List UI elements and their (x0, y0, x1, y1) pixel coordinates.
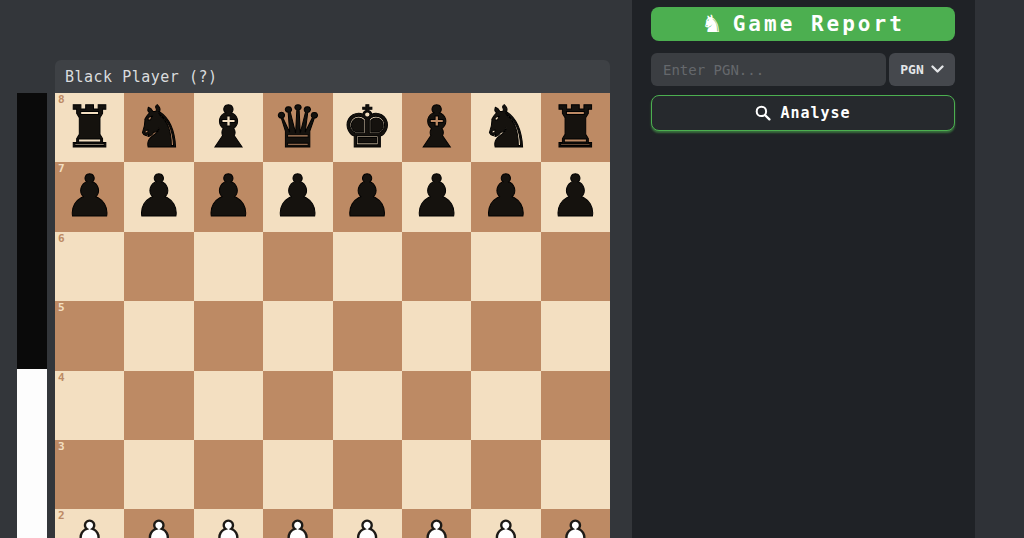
square-c3[interactable] (194, 440, 263, 509)
square-e6[interactable] (333, 232, 402, 301)
square-e4[interactable] (333, 371, 402, 440)
white-pawn: ♟ (549, 509, 601, 538)
square-g6[interactable] (471, 232, 540, 301)
square-c7[interactable]: ♟ (194, 162, 263, 231)
white-pawn: ♟ (64, 509, 116, 538)
square-e3[interactable] (333, 440, 402, 509)
square-e5[interactable] (333, 301, 402, 370)
square-e7[interactable]: ♟ (333, 162, 402, 231)
square-a3[interactable]: 3 (55, 440, 124, 509)
black-bishop: ♝ (411, 93, 463, 162)
square-d2[interactable]: ♟ (263, 509, 332, 538)
square-a5[interactable]: 5 (55, 301, 124, 370)
square-h3[interactable] (541, 440, 610, 509)
square-b2[interactable]: ♟ (124, 509, 193, 538)
search-icon (755, 105, 771, 121)
square-g3[interactable] (471, 440, 540, 509)
square-c8[interactable]: ♝ (194, 93, 263, 162)
square-f3[interactable] (402, 440, 471, 509)
game-report-label: Game Report (733, 12, 905, 36)
analysis-panel: ♞ Game Report PGN Analyse (632, 0, 975, 538)
rank-label-8: 8 (58, 94, 65, 106)
square-f8[interactable]: ♝ (402, 93, 471, 162)
black-pawn: ♟ (549, 162, 601, 231)
black-pawn: ♟ (480, 162, 532, 231)
rank-label-4: 4 (58, 372, 65, 384)
square-h8[interactable]: ♜ (541, 93, 610, 162)
black-pawn: ♟ (272, 162, 324, 231)
rank-label-7: 7 (58, 163, 65, 175)
square-e8[interactable]: ♚ (333, 93, 402, 162)
square-b6[interactable] (124, 232, 193, 301)
square-a6[interactable]: 6 (55, 232, 124, 301)
game-report-button[interactable]: ♞ Game Report (651, 7, 955, 41)
black-player-bar: Black Player (?) (55, 60, 610, 93)
square-b4[interactable] (124, 371, 193, 440)
black-knight: ♞ (133, 93, 185, 162)
square-d8[interactable]: ♛ (263, 93, 332, 162)
square-f4[interactable] (402, 371, 471, 440)
white-pawn: ♟ (272, 509, 324, 538)
eval-bar-black-segment (17, 93, 47, 369)
analyse-label: Analyse (780, 104, 850, 122)
square-e2[interactable]: ♟ (333, 509, 402, 538)
eval-bar-white-segment (17, 369, 47, 538)
square-a7[interactable]: 7♟ (55, 162, 124, 231)
square-b7[interactable]: ♟ (124, 162, 193, 231)
square-b5[interactable] (124, 301, 193, 370)
rank-label-5: 5 (58, 302, 65, 314)
pgn-input-row: PGN (651, 53, 955, 86)
black-pawn: ♟ (133, 162, 185, 231)
square-d3[interactable] (263, 440, 332, 509)
square-c4[interactable] (194, 371, 263, 440)
rank-label-2: 2 (58, 510, 65, 522)
square-a2[interactable]: 2♟ (55, 509, 124, 538)
square-c5[interactable] (194, 301, 263, 370)
rank-label-3: 3 (58, 441, 65, 453)
rank-label-6: 6 (58, 233, 65, 245)
square-g8[interactable]: ♞ (471, 93, 540, 162)
right-strip (975, 0, 1024, 538)
black-bishop: ♝ (202, 93, 254, 162)
chevron-down-icon (931, 65, 944, 74)
square-g7[interactable]: ♟ (471, 162, 540, 231)
square-c2[interactable]: ♟ (194, 509, 263, 538)
square-h6[interactable] (541, 232, 610, 301)
square-h5[interactable] (541, 301, 610, 370)
square-g4[interactable] (471, 371, 540, 440)
black-player-label: Black Player (?) (65, 68, 218, 86)
black-pawn: ♟ (202, 162, 254, 231)
square-f2[interactable]: ♟ (402, 509, 471, 538)
pgn-format-label: PGN (900, 62, 923, 77)
black-rook: ♜ (64, 93, 116, 162)
black-queen: ♛ (272, 93, 324, 162)
pgn-input[interactable] (651, 53, 886, 86)
square-b3[interactable] (124, 440, 193, 509)
square-d4[interactable] (263, 371, 332, 440)
white-pawn: ♟ (202, 509, 254, 538)
square-d5[interactable] (263, 301, 332, 370)
knight-icon: ♞ (701, 12, 723, 36)
analyse-button[interactable]: Analyse (651, 95, 955, 131)
white-pawn: ♟ (133, 509, 185, 538)
black-king: ♚ (341, 93, 393, 162)
black-pawn: ♟ (64, 162, 116, 231)
chess-board[interactable]: 8♜♞♝♛♚♝♞♜7♟♟♟♟♟♟♟♟65432♟♟♟♟♟♟♟♟1♜♞♝♛♚♝♞♜ (55, 93, 611, 538)
eval-bar (17, 93, 47, 538)
square-f7[interactable]: ♟ (402, 162, 471, 231)
white-pawn: ♟ (411, 509, 463, 538)
white-pawn: ♟ (341, 509, 393, 538)
square-h2[interactable]: ♟ (541, 509, 610, 538)
black-rook: ♜ (549, 93, 601, 162)
square-a4[interactable]: 4 (55, 371, 124, 440)
square-d7[interactable]: ♟ (263, 162, 332, 231)
square-g5[interactable] (471, 301, 540, 370)
square-c6[interactable] (194, 232, 263, 301)
black-pawn: ♟ (341, 162, 393, 231)
square-h4[interactable] (541, 371, 610, 440)
square-f5[interactable] (402, 301, 471, 370)
black-pawn: ♟ (411, 162, 463, 231)
square-b8[interactable]: ♞ (124, 93, 193, 162)
square-a8[interactable]: 8♜ (55, 93, 124, 162)
white-pawn: ♟ (480, 509, 532, 538)
square-d6[interactable] (263, 232, 332, 301)
pgn-format-select[interactable]: PGN (889, 53, 955, 86)
square-f6[interactable] (402, 232, 471, 301)
square-h7[interactable]: ♟ (541, 162, 610, 231)
black-knight: ♞ (480, 93, 532, 162)
square-g2[interactable]: ♟ (471, 509, 540, 538)
